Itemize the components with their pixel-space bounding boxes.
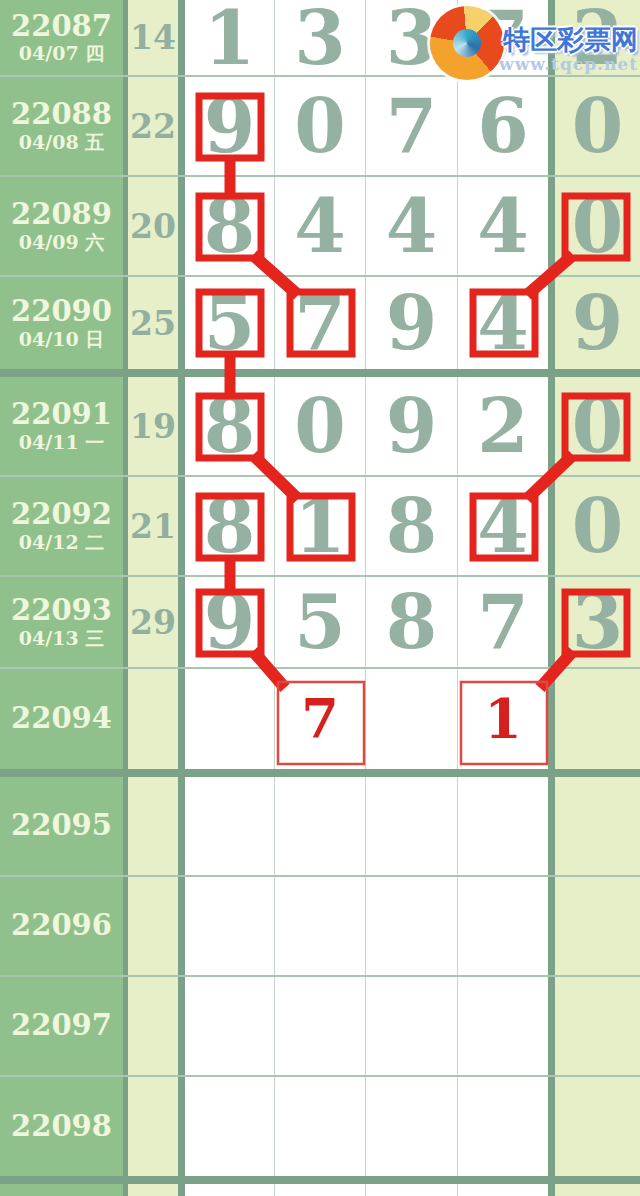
digit-cell: 3	[555, 577, 640, 667]
digit-cell: 7	[458, 0, 555, 75]
digit-cell: 0	[275, 377, 366, 475]
sum-value: 29	[130, 603, 176, 642]
draw-date: 04/08 五	[19, 132, 104, 154]
draw-date: 04/12 二	[19, 532, 104, 554]
drawn-digit: 0	[294, 89, 346, 163]
digit-cell	[185, 977, 275, 1075]
digit-cell: 4	[458, 277, 555, 369]
group-separator-band	[0, 369, 640, 377]
digit-cell: 3	[275, 0, 366, 75]
drawn-digit: 0	[572, 389, 624, 463]
digit-cell	[366, 1184, 458, 1196]
digit-cell: 8	[185, 477, 275, 575]
digit-cell: 0	[555, 177, 640, 275]
drawn-digit: 0	[572, 89, 624, 163]
period-number: 22087	[11, 10, 112, 43]
digit-cell	[185, 1184, 275, 1196]
sum-cell	[128, 877, 185, 975]
drawn-digit: 2	[572, 1, 624, 75]
drawn-digit: 9	[386, 389, 438, 463]
row-22094: 2209471	[0, 669, 640, 769]
row-22088: 2208804/08 五2290760	[0, 77, 640, 177]
digit-cell: 8	[366, 577, 458, 667]
row-22092: 2209204/12 二2181840	[0, 477, 640, 577]
sum-cell: 14	[128, 0, 185, 75]
digit-cell	[275, 877, 366, 975]
drawn-digit: 1	[204, 1, 256, 75]
draw-date: 04/09 六	[19, 232, 104, 254]
chart-rows: 2208704/07 四14133722208804/08 五229076022…	[0, 0, 640, 1196]
drawn-digit: 4	[477, 189, 529, 263]
drawn-digit: 9	[572, 286, 624, 360]
period-cell: 22094	[0, 669, 128, 769]
draw-date: 04/10 日	[19, 329, 104, 351]
digit-cell: 4	[458, 477, 555, 575]
row-22087: 2208704/07 四1413372	[0, 0, 640, 77]
draw-date: 04/13 三	[19, 628, 104, 650]
period-number: 22094	[11, 702, 112, 735]
sum-cell	[128, 1184, 185, 1196]
digit-cell: 3	[366, 0, 458, 75]
digit-cell	[366, 877, 458, 975]
digit-cell: 7	[275, 277, 366, 369]
drawn-digit: 4	[294, 189, 346, 263]
digit-cell	[366, 1077, 458, 1176]
period-number: 22092	[11, 498, 112, 531]
drawn-digit: 8	[204, 489, 256, 563]
digit-cell	[555, 977, 640, 1075]
digit-cell	[458, 777, 555, 875]
digit-cell	[458, 1077, 555, 1176]
digit-cell	[185, 877, 275, 975]
digit-cell: 9	[555, 277, 640, 369]
period-cell: 2208904/09 六	[0, 177, 128, 275]
period-number: 22097	[11, 1009, 112, 1042]
drawn-digit: 8	[204, 189, 256, 263]
drawn-digit: 7	[386, 89, 438, 163]
period-number: 22088	[11, 98, 112, 131]
group-separator-band	[0, 769, 640, 777]
drawn-digit: 0	[572, 489, 624, 563]
sum-cell	[128, 777, 185, 875]
digit-cell	[366, 777, 458, 875]
digit-cell: 5	[275, 577, 366, 667]
row-22098: 22098	[0, 1077, 640, 1176]
sum-cell	[128, 977, 185, 1075]
drawn-digit: 3	[386, 1, 438, 75]
digit-cell: 8	[185, 177, 275, 275]
digit-cell: 4	[366, 177, 458, 275]
period-number: 22095	[11, 809, 112, 842]
digit-cell	[555, 669, 640, 769]
sum-cell: 22	[128, 77, 185, 175]
digit-cell: 0	[275, 77, 366, 175]
digit-cell: 4	[458, 177, 555, 275]
period-cell: 2209004/10 日	[0, 277, 128, 369]
digit-cell: 8	[185, 377, 275, 475]
digit-cell	[185, 669, 275, 769]
drawn-digit: 3	[294, 1, 346, 75]
drawn-digit: 5	[294, 585, 346, 659]
drawn-digit: 4	[477, 489, 529, 563]
drawn-digit: 9	[386, 286, 438, 360]
row-partial	[0, 1184, 640, 1196]
drawn-digit: 5	[204, 286, 256, 360]
digit-cell: 0	[555, 377, 640, 475]
digit-cell	[275, 1077, 366, 1176]
drawn-digit: 1	[294, 489, 346, 563]
drawn-digit: 9	[204, 585, 256, 659]
drawn-digit: 8	[386, 489, 438, 563]
digit-cell: 5	[185, 277, 275, 369]
sum-cell: 25	[128, 277, 185, 369]
row-22090: 2209004/10 日2557949	[0, 277, 640, 369]
digit-cell	[458, 877, 555, 975]
row-22095: 22095	[0, 777, 640, 877]
drawn-digit: 6	[477, 89, 529, 163]
digit-cell	[555, 1184, 640, 1196]
digit-cell: 0	[555, 77, 640, 175]
drawn-digit: 2	[477, 389, 529, 463]
period-cell: 2209204/12 二	[0, 477, 128, 575]
digit-cell	[366, 669, 458, 769]
lottery-trend-chart: 2208704/07 四14133722208804/08 五229076022…	[0, 0, 640, 1196]
period-cell: 2209304/13 三	[0, 577, 128, 667]
digit-cell	[185, 1077, 275, 1176]
digit-cell: 6	[458, 77, 555, 175]
sum-value: 20	[130, 207, 176, 246]
digit-cell	[275, 1184, 366, 1196]
digit-cell: 0	[555, 477, 640, 575]
digit-cell: 7	[458, 577, 555, 667]
period-number: 22089	[11, 198, 112, 231]
sum-value: 21	[130, 507, 176, 546]
period-number: 22091	[11, 398, 112, 431]
digit-cell: 1	[458, 669, 555, 769]
digit-cell	[275, 977, 366, 1075]
row-22089: 2208904/09 六2084440	[0, 177, 640, 277]
period-number: 22090	[11, 295, 112, 328]
drawn-digit: 7	[294, 286, 346, 360]
drawn-digit: 8	[386, 585, 438, 659]
period-cell	[0, 1184, 128, 1196]
drawn-digit: 7	[477, 585, 529, 659]
digit-cell	[366, 977, 458, 1075]
draw-date: 04/11 一	[19, 432, 104, 454]
predicted-digit: 1	[484, 692, 522, 746]
digit-cell: 1	[275, 477, 366, 575]
period-cell: 2208804/08 五	[0, 77, 128, 175]
digit-cell: 7	[366, 77, 458, 175]
digit-cell: 2	[555, 0, 640, 75]
sum-value: 19	[130, 407, 176, 446]
sum-value: 25	[130, 304, 176, 343]
period-cell: 2208704/07 四	[0, 0, 128, 75]
drawn-digit: 3	[572, 585, 624, 659]
drawn-digit: 8	[204, 389, 256, 463]
digit-cell: 1	[185, 0, 275, 75]
drawn-digit: 0	[294, 389, 346, 463]
digit-cell	[555, 877, 640, 975]
drawn-digit: 0	[572, 189, 624, 263]
drawn-digit: 9	[204, 89, 256, 163]
sum-cell	[128, 1077, 185, 1176]
digit-cell	[458, 1184, 555, 1196]
digit-cell	[555, 1077, 640, 1176]
row-22097: 22097	[0, 977, 640, 1077]
group-separator-band	[0, 1176, 640, 1184]
sum-cell	[128, 669, 185, 769]
digit-cell: 9	[366, 277, 458, 369]
sum-cell: 20	[128, 177, 185, 275]
digit-cell	[458, 977, 555, 1075]
sum-cell: 21	[128, 477, 185, 575]
period-cell: 22098	[0, 1077, 128, 1176]
sum-value: 14	[130, 18, 176, 57]
row-22091: 2209104/11 一1980920	[0, 377, 640, 477]
row-22093: 2209304/13 三2995873	[0, 577, 640, 669]
digit-cell	[555, 777, 640, 875]
period-cell: 22096	[0, 877, 128, 975]
sum-value: 22	[130, 107, 176, 146]
drawn-digit: 4	[477, 286, 529, 360]
period-number: 22093	[11, 594, 112, 627]
period-cell: 22097	[0, 977, 128, 1075]
period-cell: 22095	[0, 777, 128, 875]
digit-cell: 9	[366, 377, 458, 475]
digit-cell: 2	[458, 377, 555, 475]
period-number: 22098	[11, 1110, 112, 1143]
sum-cell: 29	[128, 577, 185, 667]
period-number: 22096	[11, 909, 112, 942]
digit-cell: 7	[275, 669, 366, 769]
predicted-digit: 7	[301, 692, 339, 746]
digit-cell	[185, 777, 275, 875]
drawn-digit: 4	[386, 189, 438, 263]
sum-cell: 19	[128, 377, 185, 475]
digit-cell: 4	[275, 177, 366, 275]
period-cell: 2209104/11 一	[0, 377, 128, 475]
digit-cell: 9	[185, 577, 275, 667]
drawn-digit: 7	[477, 1, 529, 75]
row-22096: 22096	[0, 877, 640, 977]
digit-cell	[275, 777, 366, 875]
draw-date: 04/07 四	[19, 43, 104, 65]
digit-cell: 8	[366, 477, 458, 575]
digit-cell: 9	[185, 77, 275, 175]
